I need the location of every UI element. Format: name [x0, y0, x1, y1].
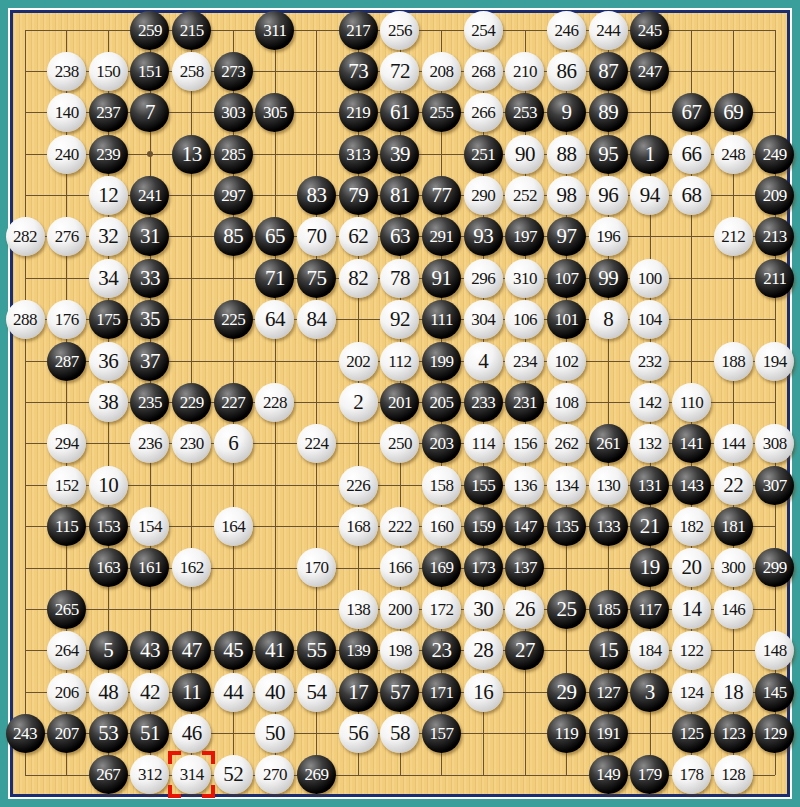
- black-stone-299[interactable]: 299: [755, 548, 794, 587]
- black-stone-83[interactable]: 83: [297, 176, 336, 215]
- white-stone-132[interactable]: 132: [630, 424, 669, 463]
- white-stone-114[interactable]: 114: [464, 424, 503, 463]
- black-stone-55[interactable]: 55: [297, 631, 336, 670]
- white-stone-258[interactable]: 258: [172, 52, 211, 91]
- white-stone-48[interactable]: 48: [89, 673, 128, 712]
- white-stone-28[interactable]: 28: [464, 631, 503, 670]
- stone-move-number: 95: [598, 144, 618, 165]
- black-stone-93[interactable]: 93: [464, 217, 503, 256]
- white-stone-282[interactable]: 282: [6, 217, 45, 256]
- white-stone-208[interactable]: 208: [422, 52, 461, 91]
- black-stone-237[interactable]: 237: [89, 93, 128, 132]
- black-stone-219[interactable]: 219: [339, 93, 378, 132]
- black-stone-253[interactable]: 253: [505, 93, 544, 132]
- white-stone-68[interactable]: 68: [672, 176, 711, 215]
- white-stone-230[interactable]: 230: [172, 424, 211, 463]
- white-stone-178[interactable]: 178: [672, 755, 711, 794]
- black-stone-69[interactable]: 69: [714, 93, 753, 132]
- stone-move-number: 191: [596, 725, 620, 742]
- black-stone-67[interactable]: 67: [672, 93, 711, 132]
- white-stone-104[interactable]: 104: [630, 300, 669, 339]
- white-stone-238[interactable]: 238: [47, 52, 86, 91]
- stone-move-number: 68: [682, 185, 702, 206]
- black-stone-77[interactable]: 77: [422, 176, 461, 215]
- white-stone-250[interactable]: 250: [380, 424, 419, 463]
- stone-move-number: 69: [723, 102, 743, 123]
- white-stone-150[interactable]: 150: [89, 52, 128, 91]
- black-stone-97[interactable]: 97: [547, 217, 586, 256]
- white-stone-36[interactable]: 36: [89, 342, 128, 381]
- white-stone-226[interactable]: 226: [339, 466, 378, 505]
- stone-move-number: 119: [555, 725, 578, 742]
- stone-move-number: 21: [640, 516, 660, 537]
- black-stone-137[interactable]: 137: [505, 548, 544, 587]
- white-stone-90[interactable]: 90: [505, 135, 544, 174]
- black-stone-79[interactable]: 79: [339, 176, 378, 215]
- white-stone-142[interactable]: 142: [630, 383, 669, 422]
- white-stone-6[interactable]: 6: [214, 424, 253, 463]
- white-stone-194[interactable]: 194: [755, 342, 794, 381]
- white-stone-276[interactable]: 276: [47, 217, 86, 256]
- black-stone-81[interactable]: 81: [380, 176, 419, 215]
- white-stone-294[interactable]: 294: [47, 424, 86, 463]
- stone-move-number: 92: [390, 309, 410, 330]
- white-stone-232[interactable]: 232: [630, 342, 669, 381]
- black-stone-229[interactable]: 229: [172, 383, 211, 422]
- white-stone-134[interactable]: 134: [547, 466, 586, 505]
- stone-move-number: 108: [555, 394, 579, 411]
- black-stone-45[interactable]: 45: [214, 631, 253, 670]
- white-stone-170[interactable]: 170: [297, 548, 336, 587]
- black-stone-115[interactable]: 115: [47, 507, 86, 546]
- white-stone-308[interactable]: 308: [755, 424, 794, 463]
- black-stone-3[interactable]: 3: [630, 673, 669, 712]
- black-stone-135[interactable]: 135: [547, 507, 586, 546]
- black-stone-203[interactable]: 203: [422, 424, 461, 463]
- white-stone-46[interactable]: 46: [172, 714, 211, 753]
- black-stone-17[interactable]: 17: [339, 673, 378, 712]
- stone-move-number: 100: [638, 270, 662, 287]
- white-stone-26[interactable]: 26: [505, 590, 544, 629]
- stone-move-number: 65: [265, 226, 285, 247]
- white-stone-188[interactable]: 188: [714, 342, 753, 381]
- white-stone-146[interactable]: 146: [714, 590, 753, 629]
- white-stone-288[interactable]: 288: [6, 300, 45, 339]
- black-stone-9[interactable]: 9: [547, 93, 586, 132]
- black-stone-267[interactable]: 267: [89, 755, 128, 794]
- black-stone-1[interactable]: 1: [630, 135, 669, 174]
- black-stone-201[interactable]: 201: [380, 383, 419, 422]
- white-stone-168[interactable]: 168: [339, 507, 378, 546]
- stone-move-number: 117: [638, 601, 661, 618]
- black-stone-7[interactable]: 7: [130, 93, 169, 132]
- white-stone-4[interactable]: 4: [464, 342, 503, 381]
- black-stone-227[interactable]: 227: [214, 383, 253, 422]
- black-stone-179[interactable]: 179: [630, 755, 669, 794]
- black-stone-305[interactable]: 305: [255, 93, 294, 132]
- stone-move-number: 273: [221, 63, 245, 80]
- black-stone-265[interactable]: 265: [47, 590, 86, 629]
- black-stone-213[interactable]: 213: [755, 217, 794, 256]
- white-stone-42[interactable]: 42: [130, 673, 169, 712]
- black-stone-143[interactable]: 143: [672, 466, 711, 505]
- white-stone-64[interactable]: 64: [255, 300, 294, 339]
- white-stone-314[interactable]: 314: [172, 755, 211, 794]
- white-stone-184[interactable]: 184: [630, 631, 669, 670]
- white-stone-172[interactable]: 172: [422, 590, 461, 629]
- white-stone-78[interactable]: 78: [380, 259, 419, 298]
- white-stone-248[interactable]: 248: [714, 135, 753, 174]
- stone-move-number: 110: [680, 394, 703, 411]
- white-stone-8[interactable]: 8: [589, 300, 628, 339]
- black-stone-57[interactable]: 57: [380, 673, 419, 712]
- black-stone-61[interactable]: 61: [380, 93, 419, 132]
- white-stone-20[interactable]: 20: [672, 548, 711, 587]
- white-stone-100[interactable]: 100: [630, 259, 669, 298]
- white-stone-256[interactable]: 256: [380, 11, 419, 50]
- stone-move-number: 170: [305, 559, 329, 576]
- white-stone-206[interactable]: 206: [47, 673, 86, 712]
- black-stone-239[interactable]: 239: [89, 135, 128, 174]
- white-stone-96[interactable]: 96: [589, 176, 628, 215]
- black-stone-209[interactable]: 209: [755, 176, 794, 215]
- black-stone-303[interactable]: 303: [214, 93, 253, 132]
- white-stone-30[interactable]: 30: [464, 590, 503, 629]
- white-stone-50[interactable]: 50: [255, 714, 294, 753]
- white-stone-106[interactable]: 106: [505, 300, 544, 339]
- black-stone-243[interactable]: 243: [6, 714, 45, 753]
- stone-move-number: 241: [138, 187, 162, 204]
- white-stone-110[interactable]: 110: [672, 383, 711, 422]
- black-stone-231[interactable]: 231: [505, 383, 544, 422]
- stone-move-number: 288: [13, 311, 37, 328]
- white-stone-10[interactable]: 10: [89, 466, 128, 505]
- white-stone-102[interactable]: 102: [547, 342, 586, 381]
- black-stone-297[interactable]: 297: [214, 176, 253, 215]
- black-stone-149[interactable]: 149: [589, 755, 628, 794]
- black-stone-119[interactable]: 119: [547, 714, 586, 753]
- stone-move-number: 31: [140, 226, 160, 247]
- black-stone-291[interactable]: 291: [422, 217, 461, 256]
- stone-move-number: 18: [723, 682, 743, 703]
- stone-move-number: 23: [432, 640, 452, 661]
- white-stone-62[interactable]: 62: [339, 217, 378, 256]
- white-stone-144[interactable]: 144: [714, 424, 753, 463]
- black-stone-205[interactable]: 205: [422, 383, 461, 422]
- black-stone-65[interactable]: 65: [255, 217, 294, 256]
- white-stone-22[interactable]: 22: [714, 466, 753, 505]
- black-stone-129[interactable]: 129: [755, 714, 794, 753]
- white-stone-244[interactable]: 244: [589, 11, 628, 50]
- black-stone-11[interactable]: 11: [172, 673, 211, 712]
- stones-grid: 2592153112172562542462442452381501512582…: [4, 9, 795, 795]
- white-stone-72[interactable]: 72: [380, 52, 419, 91]
- black-stone-41[interactable]: 41: [255, 631, 294, 670]
- black-stone-233[interactable]: 233: [464, 383, 503, 422]
- stone-move-number: 225: [221, 311, 245, 328]
- black-stone-131[interactable]: 131: [630, 466, 669, 505]
- black-stone-107[interactable]: 107: [547, 259, 586, 298]
- stone-move-number: 145: [763, 684, 787, 701]
- white-stone-148[interactable]: 148: [755, 631, 794, 670]
- stone-move-number: 102: [555, 353, 579, 370]
- white-stone-176[interactable]: 176: [47, 300, 86, 339]
- white-stone-54[interactable]: 54: [297, 673, 336, 712]
- black-stone-99[interactable]: 99: [589, 259, 628, 298]
- white-stone-88[interactable]: 88: [547, 135, 586, 174]
- black-stone-161[interactable]: 161: [130, 548, 169, 587]
- black-stone-175[interactable]: 175: [89, 300, 128, 339]
- go-board[interactable]: 2592153112172562542462442452381501512582…: [13, 13, 787, 794]
- white-stone-262[interactable]: 262: [547, 424, 586, 463]
- black-stone-185[interactable]: 185: [589, 590, 628, 629]
- white-stone-312[interactable]: 312: [130, 755, 169, 794]
- white-stone-70[interactable]: 70: [297, 217, 336, 256]
- black-stone-173[interactable]: 173: [464, 548, 503, 587]
- stone-move-number: 9: [562, 102, 572, 123]
- white-stone-12[interactable]: 12: [89, 176, 128, 215]
- black-stone-133[interactable]: 133: [589, 507, 628, 546]
- white-stone-136[interactable]: 136: [505, 466, 544, 505]
- white-stone-98[interactable]: 98: [547, 176, 586, 215]
- stone-move-number: 178: [680, 766, 704, 783]
- black-stone-245[interactable]: 245: [630, 11, 669, 50]
- black-stone-101[interactable]: 101: [547, 300, 586, 339]
- black-stone-15[interactable]: 15: [589, 631, 628, 670]
- white-stone-52[interactable]: 52: [214, 755, 253, 794]
- white-stone-196[interactable]: 196: [589, 217, 628, 256]
- black-stone-87[interactable]: 87: [589, 52, 628, 91]
- white-stone-82[interactable]: 82: [339, 259, 378, 298]
- white-stone-112[interactable]: 112: [380, 342, 419, 381]
- white-stone-14[interactable]: 14: [672, 590, 711, 629]
- black-stone-75[interactable]: 75: [297, 259, 336, 298]
- white-stone-32[interactable]: 32: [89, 217, 128, 256]
- black-stone-23[interactable]: 23: [422, 631, 461, 670]
- stone-move-number: 166: [388, 559, 412, 576]
- black-stone-215[interactable]: 215: [172, 11, 211, 50]
- black-stone-241[interactable]: 241: [130, 176, 169, 215]
- white-stone-236[interactable]: 236: [130, 424, 169, 463]
- white-stone-182[interactable]: 182: [672, 507, 711, 546]
- black-stone-171[interactable]: 171: [422, 673, 461, 712]
- black-stone-85[interactable]: 85: [214, 217, 253, 256]
- black-stone-255[interactable]: 255: [422, 93, 461, 132]
- black-stone-89[interactable]: 89: [589, 93, 628, 132]
- black-stone-147[interactable]: 147: [505, 507, 544, 546]
- black-stone-261[interactable]: 261: [589, 424, 628, 463]
- stone-move-number: 217: [346, 22, 370, 39]
- black-stone-307[interactable]: 307: [755, 466, 794, 505]
- white-stone-84[interactable]: 84: [297, 300, 336, 339]
- white-stone-108[interactable]: 108: [547, 383, 586, 422]
- stone-move-number: 132: [638, 435, 662, 452]
- stone-move-number: 303: [221, 104, 245, 121]
- white-stone-164[interactable]: 164: [214, 507, 253, 546]
- black-stone-123[interactable]: 123: [714, 714, 753, 753]
- black-stone-125[interactable]: 125: [672, 714, 711, 753]
- white-stone-228[interactable]: 228: [255, 383, 294, 422]
- black-stone-169[interactable]: 169: [422, 548, 461, 587]
- white-stone-212[interactable]: 212: [714, 217, 753, 256]
- white-stone-122[interactable]: 122: [672, 631, 711, 670]
- stone-move-number: 50: [265, 723, 285, 744]
- black-stone-247[interactable]: 247: [630, 52, 669, 91]
- white-stone-154[interactable]: 154: [130, 507, 169, 546]
- black-stone-51[interactable]: 51: [130, 714, 169, 753]
- black-stone-159[interactable]: 159: [464, 507, 503, 546]
- white-stone-240[interactable]: 240: [47, 135, 86, 174]
- stone-move-number: 305: [263, 104, 287, 121]
- black-stone-95[interactable]: 95: [589, 135, 628, 174]
- white-stone-254[interactable]: 254: [464, 11, 503, 50]
- black-stone-211[interactable]: 211: [755, 259, 794, 298]
- black-stone-73[interactable]: 73: [339, 52, 378, 91]
- black-stone-197[interactable]: 197: [505, 217, 544, 256]
- white-stone-304[interactable]: 304: [464, 300, 503, 339]
- black-stone-285[interactable]: 285: [214, 135, 253, 174]
- black-stone-35[interactable]: 35: [130, 300, 169, 339]
- white-stone-158[interactable]: 158: [422, 466, 461, 505]
- white-stone-222[interactable]: 222: [380, 507, 419, 546]
- white-stone-34[interactable]: 34: [89, 259, 128, 298]
- black-stone-117[interactable]: 117: [630, 590, 669, 629]
- black-stone-181[interactable]: 181: [714, 507, 753, 546]
- black-stone-217[interactable]: 217: [339, 11, 378, 50]
- white-stone-16[interactable]: 16: [464, 673, 503, 712]
- stone-move-number: 58: [390, 723, 410, 744]
- white-stone-2[interactable]: 2: [339, 383, 378, 422]
- white-stone-56[interactable]: 56: [339, 714, 378, 753]
- stone-move-number: 2: [353, 392, 363, 413]
- white-stone-290[interactable]: 290: [464, 176, 503, 215]
- white-stone-38[interactable]: 38: [89, 383, 128, 422]
- black-stone-47[interactable]: 47: [172, 631, 211, 670]
- black-stone-273[interactable]: 273: [214, 52, 253, 91]
- black-stone-5[interactable]: 5: [89, 631, 128, 670]
- black-stone-311[interactable]: 311: [255, 11, 294, 50]
- black-stone-63[interactable]: 63: [380, 217, 419, 256]
- white-stone-18[interactable]: 18: [714, 673, 753, 712]
- white-stone-246[interactable]: 246: [547, 11, 586, 50]
- white-stone-152[interactable]: 152: [47, 466, 86, 505]
- black-stone-27[interactable]: 27: [505, 631, 544, 670]
- stone-move-number: 135: [555, 518, 579, 535]
- black-stone-111[interactable]: 111: [422, 300, 461, 339]
- white-stone-268[interactable]: 268: [464, 52, 503, 91]
- black-stone-155[interactable]: 155: [464, 466, 503, 505]
- stone-move-number: 179: [638, 766, 662, 783]
- white-stone-202[interactable]: 202: [339, 342, 378, 381]
- black-stone-145[interactable]: 145: [755, 673, 794, 712]
- white-stone-66[interactable]: 66: [672, 135, 711, 174]
- black-stone-21[interactable]: 21: [630, 507, 669, 546]
- black-stone-43[interactable]: 43: [130, 631, 169, 670]
- black-stone-19[interactable]: 19: [630, 548, 669, 587]
- black-stone-269[interactable]: 269: [297, 755, 336, 794]
- black-stone-31[interactable]: 31: [130, 217, 169, 256]
- white-stone-200[interactable]: 200: [380, 590, 419, 629]
- black-stone-153[interactable]: 153: [89, 507, 128, 546]
- white-stone-310[interactable]: 310: [505, 259, 544, 298]
- black-stone-157[interactable]: 157: [422, 714, 461, 753]
- black-stone-127[interactable]: 127: [589, 673, 628, 712]
- white-stone-198[interactable]: 198: [380, 631, 419, 670]
- white-stone-124[interactable]: 124: [672, 673, 711, 712]
- black-stone-141[interactable]: 141: [672, 424, 711, 463]
- stone-move-number: 140: [55, 104, 79, 121]
- black-stone-29[interactable]: 29: [547, 673, 586, 712]
- white-stone-128[interactable]: 128: [714, 755, 753, 794]
- black-stone-13[interactable]: 13: [172, 135, 211, 174]
- white-stone-234[interactable]: 234: [505, 342, 544, 381]
- white-stone-270[interactable]: 270: [255, 755, 294, 794]
- white-stone-94[interactable]: 94: [630, 176, 669, 215]
- black-stone-249[interactable]: 249: [755, 135, 794, 174]
- white-stone-44[interactable]: 44: [214, 673, 253, 712]
- white-stone-130[interactable]: 130: [589, 466, 628, 505]
- stone-move-number: 250: [388, 435, 412, 452]
- white-stone-58[interactable]: 58: [380, 714, 419, 753]
- black-stone-37[interactable]: 37: [130, 342, 169, 381]
- black-stone-139[interactable]: 139: [339, 631, 378, 670]
- white-stone-86[interactable]: 86: [547, 52, 586, 91]
- white-stone-162[interactable]: 162: [172, 548, 211, 587]
- stone-move-number: 169: [430, 559, 454, 576]
- black-stone-33[interactable]: 33: [130, 259, 169, 298]
- white-stone-300[interactable]: 300: [714, 548, 753, 587]
- black-stone-191[interactable]: 191: [589, 714, 628, 753]
- stone-move-number: 244: [596, 22, 620, 39]
- black-stone-313[interactable]: 313: [339, 135, 378, 174]
- black-stone-199[interactable]: 199: [422, 342, 461, 381]
- black-stone-71[interactable]: 71: [255, 259, 294, 298]
- white-stone-264[interactable]: 264: [47, 631, 86, 670]
- white-stone-296[interactable]: 296: [464, 259, 503, 298]
- white-stone-266[interactable]: 266: [464, 93, 503, 132]
- white-stone-92[interactable]: 92: [380, 300, 419, 339]
- white-stone-224[interactable]: 224: [297, 424, 336, 463]
- stone-move-number: 203: [430, 435, 454, 452]
- black-stone-53[interactable]: 53: [89, 714, 128, 753]
- white-stone-210[interactable]: 210: [505, 52, 544, 91]
- white-stone-166[interactable]: 166: [380, 548, 419, 587]
- white-stone-138[interactable]: 138: [339, 590, 378, 629]
- stone-move-number: 66: [682, 144, 702, 165]
- stone-move-number: 213: [763, 228, 787, 245]
- black-stone-25[interactable]: 25: [547, 590, 586, 629]
- black-stone-91[interactable]: 91: [422, 259, 461, 298]
- white-stone-140[interactable]: 140: [47, 93, 86, 132]
- black-stone-225[interactable]: 225: [214, 300, 253, 339]
- stone-move-number: 28: [473, 640, 493, 661]
- black-stone-287[interactable]: 287: [47, 342, 86, 381]
- black-stone-163[interactable]: 163: [89, 548, 128, 587]
- black-stone-39[interactable]: 39: [380, 135, 419, 174]
- white-stone-252[interactable]: 252: [505, 176, 544, 215]
- stone-move-number: 41: [265, 640, 285, 661]
- black-stone-259[interactable]: 259: [130, 11, 169, 50]
- stone-move-number: 34: [98, 268, 118, 289]
- black-stone-251[interactable]: 251: [464, 135, 503, 174]
- white-stone-40[interactable]: 40: [255, 673, 294, 712]
- black-stone-151[interactable]: 151: [130, 52, 169, 91]
- stone-move-number: 211: [763, 270, 786, 287]
- white-stone-156[interactable]: 156: [505, 424, 544, 463]
- black-stone-235[interactable]: 235: [130, 383, 169, 422]
- black-stone-207[interactable]: 207: [47, 714, 86, 753]
- white-stone-160[interactable]: 160: [422, 507, 461, 546]
